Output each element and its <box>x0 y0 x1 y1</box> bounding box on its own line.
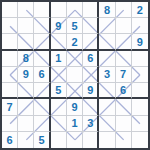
cell-r6c8[interactable]: 6 <box>116 83 132 99</box>
cell-r5c9[interactable] <box>132 67 148 83</box>
cell-r5c7[interactable]: 3 <box>99 67 115 83</box>
cell-r7c8[interactable] <box>116 99 132 115</box>
cell-r3c9[interactable]: 9 <box>132 34 148 50</box>
cell-r7c9[interactable] <box>132 99 148 115</box>
cell-r6c1[interactable] <box>2 83 18 99</box>
cell-r7c7[interactable] <box>99 99 115 115</box>
cell-r5c8[interactable]: 7 <box>116 67 132 83</box>
cell-r3c3[interactable] <box>34 34 50 50</box>
cell-r9c7[interactable] <box>99 132 115 148</box>
cell-r1c6[interactable] <box>83 2 99 18</box>
cell-r8c2[interactable] <box>18 116 34 132</box>
cell-r1c8[interactable] <box>116 2 132 18</box>
cell-r4c3[interactable] <box>34 51 50 67</box>
cell-r3c7[interactable] <box>99 34 115 50</box>
cell-r3c5[interactable]: 2 <box>67 34 83 50</box>
cell-r7c3[interactable] <box>34 99 50 115</box>
cell-r5c6[interactable] <box>83 67 99 83</box>
cell-r5c1[interactable] <box>2 67 18 83</box>
cell-r4c5[interactable] <box>67 51 83 67</box>
cell-r2c5[interactable]: 5 <box>67 18 83 34</box>
cell-r1c1[interactable] <box>2 2 18 18</box>
cell-r4c8[interactable] <box>116 51 132 67</box>
cell-r2c3[interactable] <box>34 18 50 34</box>
cell-r4c4[interactable]: 1 <box>51 51 67 67</box>
cell-r8c1[interactable] <box>2 116 18 132</box>
cell-r7c4[interactable] <box>51 99 67 115</box>
cell-r8c9[interactable] <box>132 116 148 132</box>
cell-r2c2[interactable] <box>18 18 34 34</box>
cell-r4c6[interactable]: 6 <box>83 51 99 67</box>
cell-r8c7[interactable] <box>99 116 115 132</box>
cell-r4c1[interactable] <box>2 51 18 67</box>
cell-r5c2[interactable]: 9 <box>18 67 34 83</box>
cell-r6c6[interactable]: 9 <box>83 83 99 99</box>
cell-r1c4[interactable] <box>51 2 67 18</box>
cell-r9c3[interactable]: 5 <box>34 132 50 148</box>
cell-r6c5[interactable] <box>67 83 83 99</box>
cell-r5c5[interactable] <box>67 67 83 83</box>
cell-r6c7[interactable] <box>99 83 115 99</box>
cell-r2c6[interactable] <box>83 18 99 34</box>
cell-r2c8[interactable] <box>116 18 132 34</box>
cell-r8c6[interactable]: 3 <box>83 116 99 132</box>
cell-r1c9[interactable]: 2 <box>132 2 148 18</box>
cell-r7c6[interactable] <box>83 99 99 115</box>
cell-r1c3[interactable] <box>34 2 50 18</box>
cell-r9c8[interactable] <box>116 132 132 148</box>
cell-r6c3[interactable] <box>34 83 50 99</box>
cell-r8c4[interactable] <box>51 116 67 132</box>
cell-r9c6[interactable] <box>83 132 99 148</box>
cell-r4c7[interactable] <box>99 51 115 67</box>
cell-r7c5[interactable]: 9 <box>67 99 83 115</box>
cell-r2c4[interactable]: 9 <box>51 18 67 34</box>
cell-r9c1[interactable]: 6 <box>2 132 18 148</box>
cell-r4c2[interactable]: 8 <box>18 51 34 67</box>
cell-r8c8[interactable] <box>116 116 132 132</box>
cell-r2c1[interactable] <box>2 18 18 34</box>
cell-r3c2[interactable] <box>18 34 34 50</box>
cell-r6c4[interactable]: 5 <box>51 83 67 99</box>
cell-r2c9[interactable] <box>132 18 148 34</box>
cell-r9c4[interactable] <box>51 132 67 148</box>
cell-r3c4[interactable] <box>51 34 67 50</box>
cell-r5c3[interactable]: 6 <box>34 67 50 83</box>
cell-r9c9[interactable] <box>132 132 148 148</box>
cell-r7c2[interactable] <box>18 99 34 115</box>
cell-r6c9[interactable] <box>132 83 148 99</box>
cell-r1c5[interactable] <box>67 2 83 18</box>
cell-r3c8[interactable] <box>116 34 132 50</box>
cell-r8c3[interactable] <box>34 116 50 132</box>
cell-r5c4[interactable] <box>51 67 67 83</box>
sudoku-board: 8295298169637596791365 <box>0 0 150 150</box>
cell-r8c5[interactable]: 1 <box>67 116 83 132</box>
cell-r9c2[interactable] <box>18 132 34 148</box>
cell-r1c7[interactable]: 8 <box>99 2 115 18</box>
cell-r9c5[interactable] <box>67 132 83 148</box>
sudoku-grid: 8295298169637596791365 <box>2 2 148 148</box>
cell-r4c9[interactable] <box>132 51 148 67</box>
cell-r6c2[interactable] <box>18 83 34 99</box>
cell-r7c1[interactable]: 7 <box>2 99 18 115</box>
cell-r1c2[interactable] <box>18 2 34 18</box>
cell-r2c7[interactable] <box>99 18 115 34</box>
cell-r3c1[interactable] <box>2 34 18 50</box>
cell-r3c6[interactable] <box>83 34 99 50</box>
